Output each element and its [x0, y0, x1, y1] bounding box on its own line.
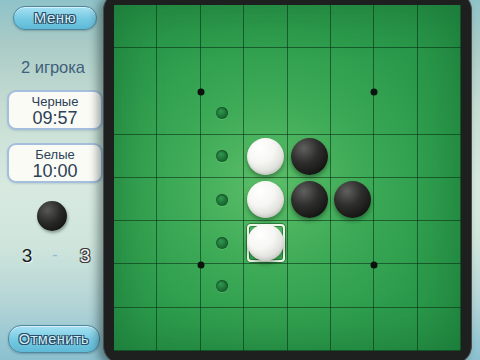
cell-c4[interactable] [201, 135, 244, 178]
black-timer-label: Черные [9, 94, 101, 109]
white-disc [247, 138, 284, 175]
cell-b5[interactable] [157, 178, 200, 221]
cell-d5[interactable] [244, 178, 287, 221]
cell-c6[interactable] [201, 221, 244, 264]
cell-b7[interactable] [157, 265, 200, 308]
undo-button[interactable]: Отменить [8, 325, 100, 353]
cell-d4[interactable] [244, 135, 287, 178]
cell-e4[interactable] [288, 135, 331, 178]
white-timer-panel: Белые 10:00 [7, 143, 103, 183]
menu-button[interactable]: Меню [13, 6, 97, 30]
cell-e6[interactable] [288, 221, 331, 264]
black-timer-panel: Черные 09:57 [7, 90, 103, 130]
cell-a6[interactable] [114, 221, 157, 264]
cell-c7[interactable] [201, 265, 244, 308]
cell-d1[interactable] [244, 5, 287, 48]
cell-a3[interactable] [114, 92, 157, 135]
cell-c1[interactable] [201, 5, 244, 48]
legal-move-hint [216, 107, 228, 119]
cell-f8[interactable] [331, 308, 374, 351]
score-row: 3 - 3 [0, 245, 106, 267]
app-window: Меню 2 игрока Черные 09:57 Белые 10:00 3… [0, 0, 480, 360]
cell-c8[interactable] [201, 308, 244, 351]
cell-f7[interactable] [331, 265, 374, 308]
cell-h8[interactable] [418, 308, 461, 351]
cell-a7[interactable] [114, 265, 157, 308]
cell-c5[interactable] [201, 178, 244, 221]
cell-c2[interactable] [201, 48, 244, 91]
white-timer-label: Белые [9, 147, 101, 162]
cell-e2[interactable] [288, 48, 331, 91]
cell-a1[interactable] [114, 5, 157, 48]
legal-move-hint [216, 280, 228, 292]
black-timer-value: 09:57 [9, 109, 101, 128]
cell-e7[interactable] [288, 265, 331, 308]
cell-g4[interactable] [374, 135, 417, 178]
turn-indicator-black-disc [37, 201, 67, 231]
white-disc [247, 181, 284, 218]
cell-f6[interactable] [331, 221, 374, 264]
cell-g6[interactable] [374, 221, 417, 264]
white-timer-value: 10:00 [9, 162, 101, 181]
cell-f2[interactable] [331, 48, 374, 91]
cell-g3[interactable] [374, 92, 417, 135]
cell-h6[interactable] [418, 221, 461, 264]
black-score: 3 [22, 245, 33, 267]
cell-e1[interactable] [288, 5, 331, 48]
cell-e5[interactable] [288, 178, 331, 221]
legal-move-hint [216, 237, 228, 249]
cell-d3[interactable] [244, 92, 287, 135]
players-mode-label: 2 игрока [0, 58, 106, 77]
black-disc [334, 181, 371, 218]
board-grid [114, 5, 461, 351]
black-disc [291, 138, 328, 175]
cell-d7[interactable] [244, 265, 287, 308]
cell-h2[interactable] [418, 48, 461, 91]
cell-e3[interactable] [288, 92, 331, 135]
cell-f4[interactable] [331, 135, 374, 178]
cell-g2[interactable] [374, 48, 417, 91]
board-frame [103, 0, 472, 360]
cell-f3[interactable] [331, 92, 374, 135]
legal-move-hint [216, 194, 228, 206]
reversi-board [114, 5, 461, 351]
cell-g1[interactable] [374, 5, 417, 48]
cell-f1[interactable] [331, 5, 374, 48]
cell-h7[interactable] [418, 265, 461, 308]
cell-b2[interactable] [157, 48, 200, 91]
cell-c3[interactable] [201, 92, 244, 135]
white-score: 3 [80, 245, 91, 267]
cell-h5[interactable] [418, 178, 461, 221]
cell-b6[interactable] [157, 221, 200, 264]
cell-a4[interactable] [114, 135, 157, 178]
cell-a8[interactable] [114, 308, 157, 351]
cell-g8[interactable] [374, 308, 417, 351]
cell-f5[interactable] [331, 178, 374, 221]
cell-b4[interactable] [157, 135, 200, 178]
legal-move-hint [216, 150, 228, 162]
cell-d2[interactable] [244, 48, 287, 91]
cell-a2[interactable] [114, 48, 157, 91]
black-disc [291, 181, 328, 218]
cell-h4[interactable] [418, 135, 461, 178]
cell-b3[interactable] [157, 92, 200, 135]
cell-h1[interactable] [418, 5, 461, 48]
cell-b8[interactable] [157, 308, 200, 351]
cell-g5[interactable] [374, 178, 417, 221]
cell-e8[interactable] [288, 308, 331, 351]
score-separator: - [52, 246, 57, 264]
cell-h3[interactable] [418, 92, 461, 135]
cell-d8[interactable] [244, 308, 287, 351]
cell-a5[interactable] [114, 178, 157, 221]
cell-d6[interactable] [244, 221, 287, 264]
cell-g7[interactable] [374, 265, 417, 308]
cell-b1[interactable] [157, 5, 200, 48]
